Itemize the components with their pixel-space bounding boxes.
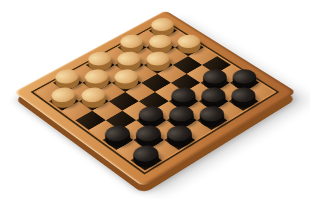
checkers-board	[14, 10, 297, 186]
board-frame	[14, 10, 297, 186]
playing-area	[31, 19, 280, 174]
dark-checker-e1[interactable]	[196, 110, 229, 131]
photo-scene	[0, 0, 310, 199]
checkers-set-photo	[0, 0, 310, 199]
square-g1[interactable]	[229, 92, 259, 111]
square-a1[interactable]	[131, 150, 162, 171]
board-grid	[36, 22, 274, 170]
dark-checker-a1[interactable]	[129, 149, 163, 172]
